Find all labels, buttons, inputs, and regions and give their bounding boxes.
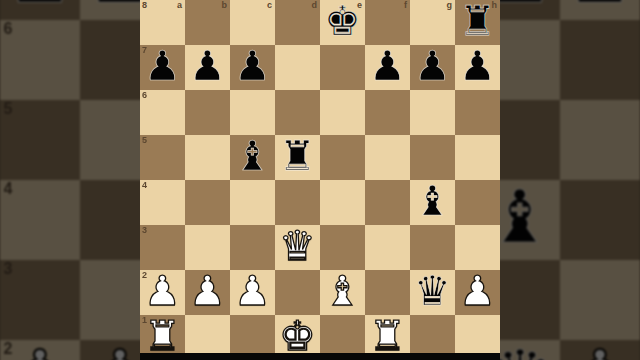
square-h2[interactable]: ♟ xyxy=(455,270,500,315)
square-b8[interactable]: b xyxy=(185,0,230,45)
square-e6[interactable] xyxy=(320,90,365,135)
square-d5[interactable]: ♜ xyxy=(275,135,320,180)
square-h7[interactable]: ♟ xyxy=(455,45,500,90)
bg-square-a7: 7♟ xyxy=(0,0,80,20)
file-label-c: c xyxy=(267,1,272,10)
square-g6[interactable] xyxy=(410,90,455,135)
rank-label-6: 6 xyxy=(142,91,147,100)
rank-label-4: 4 xyxy=(142,181,147,190)
square-f3[interactable] xyxy=(365,225,410,270)
video-frame: 8abcde♚fgh♜7♟♟♟♟♟♟65♝♜4♝3♛2♟♟♟♝♛♟1♜♚♜ 8a… xyxy=(0,0,640,360)
bg-square-a4: 4 xyxy=(0,180,80,260)
square-a4[interactable]: 4 xyxy=(140,180,185,225)
square-g8[interactable]: g xyxy=(410,0,455,45)
square-b5[interactable] xyxy=(185,135,230,180)
square-c5[interactable]: ♝ xyxy=(230,135,275,180)
bg-rank-label-4: 4 xyxy=(4,182,13,198)
bg-square-h2: ♟ xyxy=(560,340,640,360)
black-pawn-icon[interactable]: ♟ xyxy=(144,44,181,89)
bg-square-a2: 2♟ xyxy=(0,340,80,360)
black-pawn-icon[interactable]: ♟ xyxy=(189,44,226,89)
file-label-a: a xyxy=(177,1,182,10)
bg-square-h6 xyxy=(560,20,640,100)
square-e7[interactable] xyxy=(320,45,365,90)
square-c8[interactable]: c xyxy=(230,0,275,45)
square-c2[interactable]: ♟ xyxy=(230,270,275,315)
file-label-d: d xyxy=(312,1,318,10)
square-d4[interactable] xyxy=(275,180,320,225)
file-label-b: b xyxy=(222,1,228,10)
square-d6[interactable] xyxy=(275,90,320,135)
square-g2[interactable]: ♛ xyxy=(410,270,455,315)
bg-square-h4 xyxy=(560,180,640,260)
square-b3[interactable] xyxy=(185,225,230,270)
white-queen-icon[interactable]: ♛ xyxy=(279,224,316,269)
square-h3[interactable] xyxy=(455,225,500,270)
square-h8[interactable]: h♜ xyxy=(455,0,500,45)
square-f7[interactable]: ♟ xyxy=(365,45,410,90)
square-f6[interactable] xyxy=(365,90,410,135)
bg-black-pawn-icon: ♟ xyxy=(567,0,632,18)
bg-rank-label-5: 5 xyxy=(4,102,13,118)
rank-label-3: 3 xyxy=(142,226,147,235)
square-c7[interactable]: ♟ xyxy=(230,45,275,90)
white-pawn-icon[interactable]: ♟ xyxy=(234,269,271,314)
square-a5[interactable]: 5 xyxy=(140,135,185,180)
square-h5[interactable] xyxy=(455,135,500,180)
square-d7[interactable] xyxy=(275,45,320,90)
bg-square-a3: 3 xyxy=(0,260,80,340)
square-e5[interactable] xyxy=(320,135,365,180)
black-bishop-icon[interactable]: ♝ xyxy=(234,134,271,179)
square-e2[interactable]: ♝ xyxy=(320,270,365,315)
square-f8[interactable]: f xyxy=(365,0,410,45)
rank-label-8: 8 xyxy=(142,1,147,10)
square-g5[interactable] xyxy=(410,135,455,180)
square-c6[interactable] xyxy=(230,90,275,135)
white-pawn-icon[interactable]: ♟ xyxy=(189,269,226,314)
bg-white-pawn-icon: ♟ xyxy=(567,338,632,360)
square-h6[interactable] xyxy=(455,90,500,135)
black-pawn-icon[interactable]: ♟ xyxy=(234,44,271,89)
square-f2[interactable] xyxy=(365,270,410,315)
bg-rank-label-3: 3 xyxy=(4,262,13,278)
square-a2[interactable]: 2♟ xyxy=(140,270,185,315)
bg-square-a6: 6 xyxy=(0,20,80,100)
bg-white-pawn-icon: ♟ xyxy=(7,338,72,360)
square-g7[interactable]: ♟ xyxy=(410,45,455,90)
black-rook-icon[interactable]: ♜ xyxy=(459,0,496,44)
square-a8[interactable]: 8a xyxy=(140,0,185,45)
black-king-icon[interactable]: ♚ xyxy=(324,0,361,44)
square-f5[interactable] xyxy=(365,135,410,180)
file-label-g: g xyxy=(447,1,453,10)
bg-square-h5 xyxy=(560,100,640,180)
square-c4[interactable] xyxy=(230,180,275,225)
square-a7[interactable]: 7♟ xyxy=(140,45,185,90)
black-bishop-icon[interactable]: ♝ xyxy=(414,179,451,224)
square-d3[interactable]: ♛ xyxy=(275,225,320,270)
bg-square-h7: ♟ xyxy=(560,0,640,20)
chess-board[interactable]: 8abcde♚fgh♜7♟♟♟♟♟♟65♝♜4♝3♛2♟♟♟♝♛♟1♜♚♜ xyxy=(140,0,500,360)
square-a6[interactable]: 6 xyxy=(140,90,185,135)
square-e3[interactable] xyxy=(320,225,365,270)
black-pawn-icon[interactable]: ♟ xyxy=(414,44,451,89)
square-b7[interactable]: ♟ xyxy=(185,45,230,90)
white-pawn-icon[interactable]: ♟ xyxy=(144,269,181,314)
square-g4[interactable]: ♝ xyxy=(410,180,455,225)
square-b2[interactable]: ♟ xyxy=(185,270,230,315)
square-g3[interactable] xyxy=(410,225,455,270)
black-pawn-icon[interactable]: ♟ xyxy=(459,44,496,89)
white-pawn-icon[interactable]: ♟ xyxy=(459,269,496,314)
square-f4[interactable] xyxy=(365,180,410,225)
file-label-f: f xyxy=(404,1,407,10)
square-e8[interactable]: e♚ xyxy=(320,0,365,45)
square-d8[interactable]: d xyxy=(275,0,320,45)
black-pawn-icon[interactable]: ♟ xyxy=(369,44,406,89)
rank-label-5: 5 xyxy=(142,136,147,145)
bg-square-h3 xyxy=(560,260,640,340)
white-bishop-icon[interactable]: ♝ xyxy=(324,269,361,314)
square-d2[interactable] xyxy=(275,270,320,315)
bg-black-pawn-icon: ♟ xyxy=(7,0,72,18)
square-e4[interactable] xyxy=(320,180,365,225)
square-b6[interactable] xyxy=(185,90,230,135)
black-queen-icon[interactable]: ♛ xyxy=(414,269,451,314)
square-b4[interactable] xyxy=(185,180,230,225)
square-a3[interactable]: 3 xyxy=(140,225,185,270)
bottom-black-bar xyxy=(140,353,500,360)
square-h4[interactable] xyxy=(455,180,500,225)
bg-square-a5: 5 xyxy=(0,100,80,180)
bg-rank-label-6: 6 xyxy=(4,22,13,38)
black-rook-icon[interactable]: ♜ xyxy=(279,134,316,179)
square-c3[interactable] xyxy=(230,225,275,270)
